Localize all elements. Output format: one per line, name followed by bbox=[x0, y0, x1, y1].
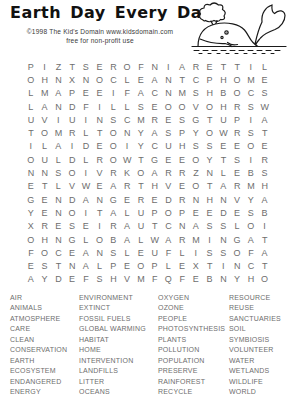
grid-cell[interactable]: S bbox=[217, 246, 231, 259]
grid-cell[interactable]: R bbox=[134, 193, 148, 206]
grid-cell[interactable]: O bbox=[203, 100, 217, 113]
grid-cell[interactable]: I bbox=[162, 60, 176, 73]
grid-cell[interactable]: P bbox=[203, 73, 217, 86]
grid-cell[interactable]: M bbox=[52, 126, 66, 139]
grid-cell[interactable]: E bbox=[258, 73, 272, 86]
grid-cell[interactable]: S bbox=[107, 246, 121, 259]
grid-cell[interactable]: S bbox=[203, 220, 217, 233]
grid-cell[interactable]: H bbox=[244, 273, 258, 286]
grid-cell[interactable]: H bbox=[175, 140, 189, 153]
grid-cell[interactable]: C bbox=[244, 259, 258, 272]
grid-cell[interactable]: L bbox=[24, 87, 38, 100]
grid-cell[interactable]: I bbox=[244, 153, 258, 166]
grid-cell[interactable]: N bbox=[52, 193, 66, 206]
grid-cell[interactable]: E bbox=[230, 206, 244, 219]
grid-cell[interactable]: E bbox=[203, 206, 217, 219]
grid-cell[interactable]: D bbox=[65, 100, 79, 113]
grid-cell[interactable]: A bbox=[148, 166, 162, 179]
grid-cell[interactable]: O bbox=[175, 100, 189, 113]
grid-cell[interactable]: V bbox=[120, 273, 134, 286]
grid-cell[interactable]: S bbox=[189, 140, 203, 153]
grid-cell[interactable]: T bbox=[65, 60, 79, 73]
grid-cell[interactable]: I bbox=[93, 220, 107, 233]
grid-cell[interactable]: E bbox=[230, 166, 244, 179]
grid-cell[interactable]: T bbox=[230, 60, 244, 73]
grid-cell[interactable]: U bbox=[217, 113, 231, 126]
grid-cell[interactable]: R bbox=[38, 220, 52, 233]
grid-cell[interactable]: E bbox=[120, 193, 134, 206]
grid-cell[interactable]: T bbox=[258, 233, 272, 246]
grid-cell[interactable]: M bbox=[134, 273, 148, 286]
grid-cell[interactable]: A bbox=[107, 206, 121, 219]
grid-cell[interactable]: N bbox=[93, 113, 107, 126]
grid-cell[interactable]: P bbox=[230, 113, 244, 126]
grid-cell[interactable]: I bbox=[79, 166, 93, 179]
grid-cell[interactable]: Y bbox=[134, 126, 148, 139]
grid-cell[interactable]: S bbox=[65, 220, 79, 233]
grid-cell[interactable]: F bbox=[175, 273, 189, 286]
grid-cell[interactable]: L bbox=[120, 206, 134, 219]
grid-cell[interactable]: S bbox=[175, 113, 189, 126]
grid-cell[interactable]: U bbox=[162, 140, 176, 153]
grid-cell[interactable]: A bbox=[189, 220, 203, 233]
grid-cell[interactable]: V bbox=[230, 193, 244, 206]
grid-cell[interactable]: S bbox=[203, 140, 217, 153]
grid-cell[interactable]: L bbox=[93, 259, 107, 272]
grid-cell[interactable]: A bbox=[244, 233, 258, 246]
grid-cell[interactable]: I bbox=[189, 246, 203, 259]
grid-cell[interactable]: E bbox=[93, 87, 107, 100]
grid-cell[interactable]: O bbox=[107, 140, 121, 153]
grid-cell[interactable]: Y bbox=[244, 193, 258, 206]
grid-cell[interactable]: P bbox=[175, 206, 189, 219]
grid-cell[interactable]: I bbox=[244, 60, 258, 73]
grid-cell[interactable]: I bbox=[203, 233, 217, 246]
grid-cell[interactable]: N bbox=[120, 126, 134, 139]
grid-cell[interactable]: A bbox=[38, 100, 52, 113]
grid-cell[interactable]: N bbox=[52, 233, 66, 246]
grid-cell[interactable]: N bbox=[93, 193, 107, 206]
grid-cell[interactable]: T bbox=[134, 153, 148, 166]
grid-cell[interactable]: I bbox=[38, 60, 52, 73]
grid-cell[interactable]: D bbox=[79, 140, 93, 153]
grid-cell[interactable]: N bbox=[217, 273, 231, 286]
grid-cell[interactable]: R bbox=[175, 233, 189, 246]
grid-cell[interactable]: Y bbox=[203, 153, 217, 166]
grid-cell[interactable]: P bbox=[65, 87, 79, 100]
grid-cell[interactable]: K bbox=[120, 166, 134, 179]
grid-cell[interactable]: C bbox=[148, 140, 162, 153]
grid-cell[interactable]: N bbox=[162, 73, 176, 86]
grid-cell[interactable]: S bbox=[258, 87, 272, 100]
grid-cell[interactable]: R bbox=[175, 166, 189, 179]
grid-cell[interactable]: L bbox=[175, 246, 189, 259]
grid-cell[interactable]: N bbox=[65, 259, 79, 272]
grid-cell[interactable]: B bbox=[244, 166, 258, 179]
grid-cell[interactable]: H bbox=[148, 180, 162, 193]
grid-cell[interactable]: E bbox=[175, 259, 189, 272]
grid-cell[interactable]: V bbox=[65, 180, 79, 193]
grid-cell[interactable]: R bbox=[189, 60, 203, 73]
grid-cell[interactable]: H bbox=[217, 100, 231, 113]
grid-cell[interactable]: E bbox=[24, 180, 38, 193]
grid-cell[interactable]: I bbox=[79, 113, 93, 126]
grid-cell[interactable]: T bbox=[217, 153, 231, 166]
grid-cell[interactable]: O bbox=[93, 73, 107, 86]
grid-cell[interactable]: E bbox=[52, 220, 66, 233]
grid-cell[interactable]: E bbox=[148, 193, 162, 206]
grid-cell[interactable]: L bbox=[52, 180, 66, 193]
grid-cell[interactable]: I bbox=[65, 140, 79, 153]
grid-cell[interactable]: O bbox=[230, 73, 244, 86]
grid-cell[interactable]: R bbox=[148, 113, 162, 126]
grid-cell[interactable]: W bbox=[148, 233, 162, 246]
grid-cell[interactable]: N bbox=[38, 166, 52, 179]
grid-cell[interactable]: E bbox=[189, 273, 203, 286]
grid-cell[interactable]: E bbox=[175, 180, 189, 193]
grid-cell[interactable]: V bbox=[189, 100, 203, 113]
grid-cell[interactable]: U bbox=[134, 220, 148, 233]
grid-cell[interactable]: F bbox=[120, 87, 134, 100]
grid-cell[interactable]: N bbox=[52, 73, 66, 86]
grid-cell[interactable]: A bbox=[107, 180, 121, 193]
grid-cell[interactable]: I bbox=[93, 100, 107, 113]
grid-cell[interactable]: E bbox=[24, 259, 38, 272]
grid-cell[interactable]: I bbox=[24, 140, 38, 153]
grid-cell[interactable]: W bbox=[258, 100, 272, 113]
grid-cell[interactable]: C bbox=[107, 73, 121, 86]
grid-cell[interactable]: E bbox=[189, 206, 203, 219]
grid-cell[interactable]: A bbox=[162, 233, 176, 246]
grid-cell[interactable]: C bbox=[189, 73, 203, 86]
grid-cell[interactable]: O bbox=[120, 60, 134, 73]
grid-cell[interactable]: T bbox=[203, 180, 217, 193]
grid-cell[interactable]: U bbox=[38, 153, 52, 166]
grid-cell[interactable]: D bbox=[52, 273, 66, 286]
grid-cell[interactable]: L bbox=[217, 166, 231, 179]
grid-cell[interactable]: R bbox=[175, 193, 189, 206]
grid-cell[interactable]: X bbox=[24, 220, 38, 233]
grid-cell[interactable]: A bbox=[52, 87, 66, 100]
grid-cell[interactable]: A bbox=[148, 126, 162, 139]
grid-cell[interactable]: P bbox=[148, 259, 162, 272]
grid-cell[interactable]: O bbox=[189, 153, 203, 166]
grid-cell[interactable]: G bbox=[107, 193, 121, 206]
grid-cell[interactable]: O bbox=[230, 87, 244, 100]
grid-cell[interactable]: U bbox=[65, 113, 79, 126]
grid-cell[interactable]: M bbox=[175, 87, 189, 100]
grid-cell[interactable]: E bbox=[175, 153, 189, 166]
grid-cell[interactable]: O bbox=[38, 126, 52, 139]
grid-cell[interactable]: Q bbox=[162, 273, 176, 286]
grid-cell[interactable]: E bbox=[38, 193, 52, 206]
grid-cell[interactable]: T bbox=[148, 220, 162, 233]
grid-cell[interactable]: E bbox=[93, 180, 107, 193]
grid-cell[interactable]: I bbox=[79, 206, 93, 219]
grid-cell[interactable]: O bbox=[258, 273, 272, 286]
grid-cell[interactable]: R bbox=[230, 126, 244, 139]
grid-cell[interactable]: L bbox=[79, 153, 93, 166]
grid-cell[interactable]: A bbox=[258, 193, 272, 206]
grid-cell[interactable]: U bbox=[148, 246, 162, 259]
grid-cell[interactable]: D bbox=[162, 193, 176, 206]
grid-cell[interactable]: C bbox=[162, 220, 176, 233]
grid-cell[interactable]: D bbox=[217, 206, 231, 219]
grid-cell[interactable]: T bbox=[52, 259, 66, 272]
grid-cell[interactable]: R bbox=[65, 126, 79, 139]
grid-cell[interactable]: R bbox=[258, 153, 272, 166]
grid-cell[interactable]: N bbox=[79, 73, 93, 86]
grid-cell[interactable]: A bbox=[79, 193, 93, 206]
grid-cell[interactable]: A bbox=[258, 113, 272, 126]
grid-cell[interactable]: M bbox=[134, 113, 148, 126]
grid-cell[interactable]: L bbox=[120, 246, 134, 259]
grid-cell[interactable]: L bbox=[79, 126, 93, 139]
grid-cell[interactable]: M bbox=[244, 73, 258, 86]
grid-cell[interactable]: N bbox=[203, 166, 217, 179]
grid-cell[interactable]: H bbox=[217, 73, 231, 86]
grid-cell[interactable]: O bbox=[107, 126, 121, 139]
grid-cell[interactable]: L bbox=[120, 100, 134, 113]
grid-cell[interactable]: A bbox=[148, 73, 162, 86]
grid-cell[interactable]: O bbox=[65, 206, 79, 219]
grid-cell[interactable]: Y bbox=[24, 206, 38, 219]
grid-cell[interactable]: O bbox=[244, 140, 258, 153]
grid-cell[interactable]: W bbox=[217, 126, 231, 139]
grid-cell[interactable]: C bbox=[52, 246, 66, 259]
grid-cell[interactable]: N bbox=[175, 220, 189, 233]
grid-cell[interactable]: L bbox=[162, 259, 176, 272]
grid-cell[interactable]: L bbox=[52, 153, 66, 166]
grid-cell[interactable]: S bbox=[79, 60, 93, 73]
grid-cell[interactable]: S bbox=[162, 126, 176, 139]
grid-cell[interactable]: I bbox=[258, 220, 272, 233]
grid-cell[interactable]: H bbox=[38, 233, 52, 246]
grid-cell[interactable]: H bbox=[203, 87, 217, 100]
grid-cell[interactable]: F bbox=[134, 60, 148, 73]
grid-cell[interactable]: B bbox=[107, 233, 121, 246]
grid-cell[interactable]: E bbox=[38, 206, 52, 219]
grid-cell[interactable]: Y bbox=[38, 273, 52, 286]
grid-cell[interactable]: E bbox=[217, 140, 231, 153]
grid-cell[interactable]: E bbox=[162, 153, 176, 166]
grid-cell[interactable]: A bbox=[24, 273, 38, 286]
grid-cell[interactable]: Y bbox=[230, 273, 244, 286]
grid-cell[interactable]: R bbox=[230, 100, 244, 113]
grid-cell[interactable]: E bbox=[79, 220, 93, 233]
grid-cell[interactable]: S bbox=[52, 166, 66, 179]
grid-cell[interactable]: Z bbox=[189, 166, 203, 179]
grid-cell[interactable]: S bbox=[203, 246, 217, 259]
grid-cell[interactable]: R bbox=[107, 220, 121, 233]
grid-cell[interactable]: T bbox=[258, 126, 272, 139]
grid-cell[interactable]: O bbox=[162, 100, 176, 113]
grid-cell[interactable]: T bbox=[24, 126, 38, 139]
grid-cell[interactable]: B bbox=[258, 206, 272, 219]
grid-cell[interactable]: S bbox=[93, 273, 107, 286]
grid-cell[interactable]: T bbox=[175, 73, 189, 86]
grid-cell[interactable]: O bbox=[107, 153, 121, 166]
grid-cell[interactable]: O bbox=[65, 166, 79, 179]
grid-cell[interactable]: I bbox=[120, 140, 134, 153]
grid-cell[interactable]: U bbox=[24, 113, 38, 126]
grid-cell[interactable]: P bbox=[175, 126, 189, 139]
grid-cell[interactable]: E bbox=[134, 73, 148, 86]
grid-cell[interactable]: O bbox=[24, 233, 38, 246]
grid-cell[interactable]: E bbox=[65, 273, 79, 286]
grid-cell[interactable]: A bbox=[52, 140, 66, 153]
grid-cell[interactable]: S bbox=[189, 87, 203, 100]
grid-cell[interactable]: E bbox=[162, 113, 176, 126]
grid-cell[interactable]: E bbox=[65, 246, 79, 259]
grid-cell[interactable]: A bbox=[120, 220, 134, 233]
grid-cell[interactable]: D bbox=[65, 193, 79, 206]
grid-cell[interactable]: Z bbox=[52, 60, 66, 73]
grid-cell[interactable]: G bbox=[148, 153, 162, 166]
grid-cell[interactable]: O bbox=[24, 153, 38, 166]
grid-cell[interactable]: B bbox=[203, 273, 217, 286]
grid-cell[interactable]: G bbox=[230, 233, 244, 246]
grid-cell[interactable]: S bbox=[107, 113, 121, 126]
grid-cell[interactable]: L bbox=[107, 100, 121, 113]
grid-cell[interactable]: S bbox=[134, 100, 148, 113]
grid-cell[interactable]: G bbox=[24, 193, 38, 206]
grid-cell[interactable]: X bbox=[189, 259, 203, 272]
grid-cell[interactable]: W bbox=[79, 180, 93, 193]
grid-cell[interactable]: O bbox=[134, 166, 148, 179]
grid-cell[interactable]: I bbox=[244, 113, 258, 126]
grid-cell[interactable]: R bbox=[107, 60, 121, 73]
grid-cell[interactable]: D bbox=[65, 153, 79, 166]
grid-cell[interactable]: P bbox=[148, 206, 162, 219]
grid-cell[interactable]: S bbox=[38, 259, 52, 272]
grid-cell[interactable]: C bbox=[244, 87, 258, 100]
grid-cell[interactable]: O bbox=[134, 259, 148, 272]
grid-cell[interactable]: T bbox=[258, 259, 272, 272]
grid-cell[interactable]: L bbox=[79, 233, 93, 246]
grid-cell[interactable]: S bbox=[230, 153, 244, 166]
grid-cell[interactable]: N bbox=[217, 233, 231, 246]
grid-cell[interactable]: T bbox=[38, 180, 52, 193]
grid-cell[interactable]: V bbox=[93, 166, 107, 179]
grid-cell[interactable]: X bbox=[65, 73, 79, 86]
grid-cell[interactable]: C bbox=[120, 113, 134, 126]
grid-cell[interactable]: R bbox=[93, 153, 107, 166]
grid-cell[interactable]: T bbox=[134, 180, 148, 193]
grid-cell[interactable]: G bbox=[65, 233, 79, 246]
grid-cell[interactable]: N bbox=[148, 60, 162, 73]
grid-cell[interactable]: F bbox=[24, 246, 38, 259]
grid-cell[interactable]: E bbox=[258, 140, 272, 153]
grid-cell[interactable]: T bbox=[93, 206, 107, 219]
grid-cell[interactable]: E bbox=[230, 140, 244, 153]
grid-cell[interactable]: V bbox=[162, 180, 176, 193]
grid-cell[interactable]: A bbox=[175, 60, 189, 73]
grid-cell[interactable]: R bbox=[230, 180, 244, 193]
grid-cell[interactable]: P bbox=[107, 259, 121, 272]
grid-cell[interactable]: R bbox=[107, 166, 121, 179]
grid-cell[interactable]: L bbox=[230, 220, 244, 233]
grid-cell[interactable]: M bbox=[38, 87, 52, 100]
grid-cell[interactable]: A bbox=[258, 246, 272, 259]
grid-cell[interactable]: O bbox=[230, 246, 244, 259]
grid-cell[interactable]: T bbox=[93, 126, 107, 139]
grid-cell[interactable]: O bbox=[203, 126, 217, 139]
grid-cell[interactable]: E bbox=[79, 87, 93, 100]
grid-cell[interactable]: S bbox=[244, 206, 258, 219]
grid-cell[interactable]: L bbox=[38, 140, 52, 153]
grid-cell[interactable]: A bbox=[79, 246, 93, 259]
grid-cell[interactable]: I bbox=[52, 113, 66, 126]
grid-cell[interactable]: O bbox=[93, 233, 107, 246]
grid-cell[interactable]: F bbox=[79, 273, 93, 286]
grid-cell[interactable]: V bbox=[38, 113, 52, 126]
grid-cell[interactable]: T bbox=[203, 113, 217, 126]
grid-cell[interactable]: W bbox=[120, 153, 134, 166]
grid-cell[interactable]: F bbox=[162, 246, 176, 259]
grid-cell[interactable]: A bbox=[134, 87, 148, 100]
grid-cell[interactable]: G bbox=[189, 113, 203, 126]
grid-cell[interactable]: E bbox=[93, 140, 107, 153]
grid-cell[interactable]: A bbox=[79, 259, 93, 272]
grid-cell[interactable]: O bbox=[24, 73, 38, 86]
grid-cell[interactable]: L bbox=[24, 100, 38, 113]
grid-cell[interactable]: M bbox=[244, 180, 258, 193]
grid-cell[interactable]: L bbox=[134, 233, 148, 246]
grid-cell[interactable]: N bbox=[162, 87, 176, 100]
grid-cell[interactable]: Y bbox=[134, 140, 148, 153]
grid-cell[interactable]: F bbox=[148, 273, 162, 286]
grid-cell[interactable]: O bbox=[38, 246, 52, 259]
grid-cell[interactable]: O bbox=[189, 180, 203, 193]
grid-cell[interactable]: E bbox=[120, 259, 134, 272]
grid-cell[interactable]: M bbox=[189, 233, 203, 246]
grid-cell[interactable]: Y bbox=[189, 126, 203, 139]
grid-cell[interactable]: U bbox=[134, 206, 148, 219]
grid-cell[interactable]: E bbox=[148, 100, 162, 113]
grid-cell[interactable]: F bbox=[79, 100, 93, 113]
grid-cell[interactable]: C bbox=[148, 87, 162, 100]
grid-cell[interactable]: O bbox=[162, 206, 176, 219]
grid-cell[interactable]: H bbox=[203, 193, 217, 206]
grid-cell[interactable]: N bbox=[24, 166, 38, 179]
grid-cell[interactable]: S bbox=[217, 220, 231, 233]
grid-cell[interactable]: T bbox=[217, 60, 231, 73]
grid-cell[interactable]: L bbox=[120, 73, 134, 86]
grid-cell[interactable]: A bbox=[120, 233, 134, 246]
grid-cell[interactable]: P bbox=[24, 60, 38, 73]
grid-cell[interactable]: E bbox=[203, 60, 217, 73]
grid-cell[interactable]: N bbox=[52, 100, 66, 113]
grid-cell[interactable]: H bbox=[258, 180, 272, 193]
grid-cell[interactable]: R bbox=[162, 166, 176, 179]
grid-cell[interactable]: L bbox=[258, 60, 272, 73]
grid-cell[interactable]: E bbox=[93, 60, 107, 73]
grid-cell[interactable]: A bbox=[217, 180, 231, 193]
grid-cell[interactable]: H bbox=[107, 273, 121, 286]
grid-cell[interactable]: F bbox=[244, 246, 258, 259]
grid-cell[interactable]: R bbox=[120, 180, 134, 193]
grid-cell[interactable]: E bbox=[134, 246, 148, 259]
grid-cell[interactable]: S bbox=[244, 100, 258, 113]
grid-cell[interactable]: I bbox=[217, 259, 231, 272]
grid-cell[interactable]: N bbox=[230, 259, 244, 272]
grid-cell[interactable]: N bbox=[189, 193, 203, 206]
grid-cell[interactable]: N bbox=[93, 246, 107, 259]
grid-cell[interactable]: S bbox=[258, 166, 272, 179]
grid-cell[interactable]: H bbox=[38, 73, 52, 86]
grid-cell[interactable]: T bbox=[203, 259, 217, 272]
